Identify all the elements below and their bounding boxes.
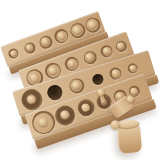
loose-cylinder-standing — [117, 123, 142, 154]
cylinder-knob — [110, 119, 120, 129]
photo-canvas — [0, 0, 160, 160]
